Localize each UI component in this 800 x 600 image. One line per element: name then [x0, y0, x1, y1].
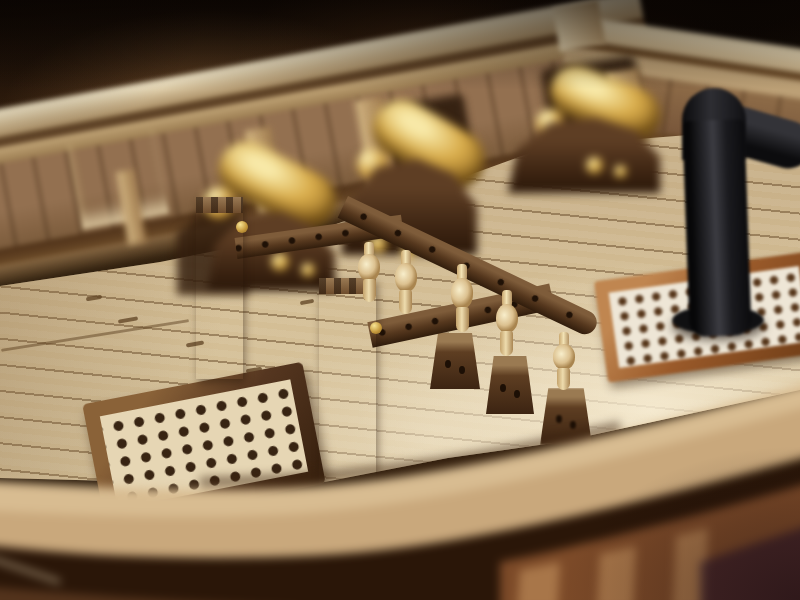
- brass-pin: [236, 221, 248, 233]
- baluster: [448, 264, 476, 336]
- baluster: [356, 242, 382, 306]
- baluster: [392, 250, 419, 318]
- post-top-face: [196, 197, 243, 213]
- model-ship-photo: [0, 0, 800, 600]
- foreground-rail: [0, 330, 800, 600]
